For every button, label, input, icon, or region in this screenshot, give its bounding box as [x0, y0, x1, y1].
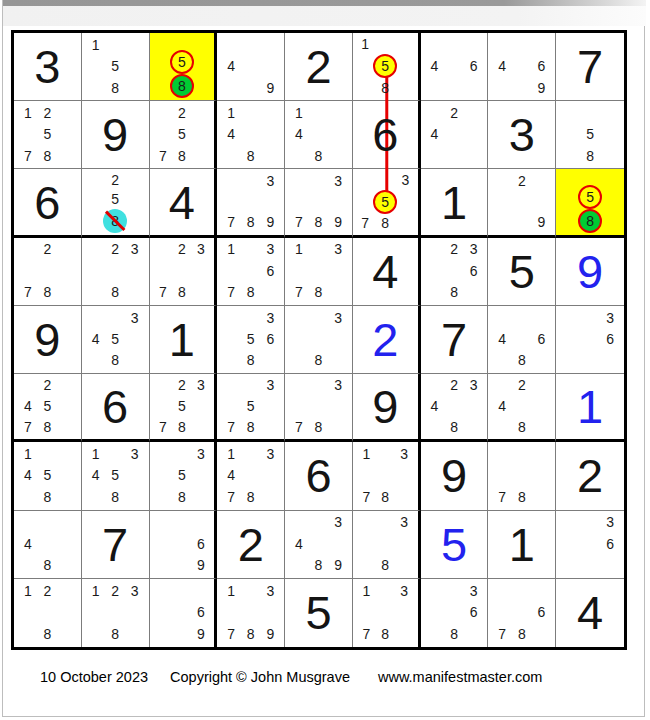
candidate-1: 1 [18, 580, 38, 602]
cell-r7c5[interactable]: 6 [285, 442, 353, 510]
candidate-grid: 258 [86, 170, 145, 232]
candidate-8: 8 [241, 145, 261, 166]
candidate-grid: 13789 [221, 580, 280, 645]
solved-digit: 6 [82, 374, 149, 439]
empty-candidate-slot [221, 77, 241, 98]
empty-candidate-slot [127, 209, 144, 233]
empty-candidate-slot [241, 239, 261, 260]
cell-r1c2[interactable]: 158 [82, 33, 150, 101]
cell-r9c1[interactable]: 128 [14, 579, 82, 647]
candidate-4: 4 [86, 328, 106, 349]
candidate-grid: 678 [492, 580, 551, 645]
cell-r1c1[interactable]: 3 [14, 33, 82, 101]
candidate-7: 7 [357, 214, 373, 233]
empty-candidate-slot [241, 307, 261, 328]
cell-r8c5[interactable]: 3489 [285, 511, 353, 579]
empty-candidate-slot [38, 602, 58, 624]
cell-r2c4[interactable]: 148 [217, 101, 285, 169]
cell-r3c3[interactable]: 4 [150, 169, 218, 237]
empty-candidate-slot [86, 486, 106, 507]
cell-r4c9[interactable]: 9 [556, 238, 624, 306]
empty-candidate-slot [492, 602, 512, 624]
cell-r2c8[interactable]: 3 [488, 101, 556, 169]
cell-r8c4[interactable]: 2 [217, 511, 285, 579]
cell-r2c7[interactable]: 24 [421, 101, 489, 169]
candidate-9: 9 [191, 554, 210, 575]
empty-candidate-slot [600, 554, 620, 575]
candidate-5: 5 [170, 50, 194, 74]
empty-candidate-slot [86, 623, 106, 645]
empty-candidate-slot [38, 512, 58, 533]
candidate-8: 8 [105, 623, 125, 645]
candidate-grid: 1378 [289, 239, 348, 303]
candidate-3: 3 [328, 170, 348, 191]
cell-r1c4[interactable]: 49 [217, 33, 285, 101]
cell-r1c9[interactable]: 7 [556, 33, 624, 101]
header-light-strip [3, 6, 646, 26]
empty-candidate-slot [86, 55, 106, 76]
cell-r9c2[interactable]: 1238 [82, 579, 150, 647]
empty-candidate-slot [560, 512, 580, 533]
candidate-grid: 378 [289, 375, 348, 437]
cell-r3c2[interactable]: 258 [82, 169, 150, 237]
sudoku-grid: 3158584921584646971257892578148148624358… [14, 33, 624, 647]
candidate-4: 4 [221, 465, 241, 486]
candidate-grid: 368 [425, 580, 484, 645]
cell-r1c6[interactable]: 158 [353, 33, 421, 101]
candidate-grid: 3489 [289, 512, 348, 576]
candidate-7: 7 [154, 281, 173, 302]
empty-candidate-slot [309, 375, 329, 396]
empty-candidate-slot [512, 77, 532, 98]
candidate-3: 3 [464, 580, 484, 602]
empty-candidate-slot [464, 77, 484, 98]
empty-candidate-slot [397, 34, 413, 54]
empty-candidate-slot [154, 396, 173, 417]
cell-r5c9[interactable]: 36 [556, 306, 624, 374]
empty-candidate-slot [57, 602, 77, 624]
empty-candidate-slot [560, 102, 580, 123]
empty-candidate-slot [425, 281, 445, 302]
empty-candidate-slot [328, 124, 348, 145]
empty-candidate-slot [309, 328, 329, 349]
empty-candidate-slot [172, 580, 191, 602]
candidate-grid: 2368 [425, 239, 484, 303]
empty-candidate-slot [221, 328, 241, 349]
candidate-7: 7 [221, 486, 241, 507]
cell-r9c5[interactable]: 5 [285, 579, 353, 647]
empty-candidate-slot [154, 74, 170, 98]
candidate-4: 4 [492, 55, 512, 76]
cell-r6c9[interactable]: 1 [556, 374, 624, 442]
empty-candidate-slot [309, 191, 329, 212]
cell-r9c9[interactable]: 4 [556, 579, 624, 647]
empty-candidate-slot [328, 350, 348, 371]
candidate-3: 3 [600, 512, 620, 533]
cell-r3c1[interactable]: 6 [14, 169, 82, 237]
empty-candidate-slot [357, 170, 373, 189]
candidate-4: 4 [425, 55, 445, 76]
candidate-grid: 1458 [18, 443, 77, 507]
candidate-4: 4 [18, 533, 38, 554]
empty-candidate-slot [464, 281, 484, 302]
cell-r4c5[interactable]: 1378 [285, 238, 353, 306]
empty-candidate-slot [105, 260, 125, 281]
candidate-8: 8 [241, 212, 261, 233]
cell-r7c6[interactable]: 1378 [353, 442, 421, 510]
empty-candidate-slot [357, 190, 373, 214]
empty-candidate-slot [86, 77, 106, 98]
empty-candidate-slot [425, 77, 445, 98]
empty-candidate-slot [444, 602, 464, 624]
cell-r6c3[interactable]: 23578 [150, 374, 218, 442]
candidate-5: 5 [103, 190, 127, 209]
candidate-grid: 46 [425, 34, 484, 98]
empty-candidate-slot [125, 34, 145, 55]
empty-candidate-slot [376, 580, 395, 602]
cell-r2c1[interactable]: 12578 [14, 101, 82, 169]
cell-r1c5[interactable]: 2 [285, 33, 353, 101]
candidate-4: 4 [18, 396, 38, 417]
empty-candidate-slot [241, 191, 261, 212]
candidate-1: 1 [86, 443, 106, 464]
empty-candidate-slot [125, 350, 145, 371]
empty-candidate-slot [395, 465, 414, 486]
empty-candidate-slot [57, 102, 77, 123]
empty-candidate-slot [492, 443, 512, 464]
empty-candidate-slot [328, 102, 348, 123]
empty-candidate-slot [57, 239, 77, 260]
cell-r2c9[interactable]: 58 [556, 101, 624, 169]
candidate-1: 1 [221, 580, 241, 602]
empty-candidate-slot [376, 465, 395, 486]
cell-r7c8[interactable]: 78 [488, 442, 556, 510]
cell-r1c8[interactable]: 469 [488, 33, 556, 101]
solved-digit: 5 [285, 579, 352, 647]
cell-r8c1[interactable]: 48 [14, 511, 82, 579]
empty-candidate-slot [560, 350, 580, 371]
cell-r5c7[interactable]: 7 [421, 306, 489, 374]
empty-candidate-slot [600, 350, 620, 371]
cell-r5c6[interactable]: 2 [353, 306, 421, 374]
cell-r5c8[interactable]: 468 [488, 306, 556, 374]
candidate-8: 8 [376, 486, 395, 507]
empty-candidate-slot [289, 191, 309, 212]
candidate-2: 2 [38, 375, 58, 396]
cell-r6c5[interactable]: 378 [285, 374, 353, 442]
empty-candidate-slot [444, 124, 464, 145]
candidate-5: 5 [38, 124, 58, 145]
empty-candidate-slot [309, 102, 329, 123]
cell-r6c2[interactable]: 6 [82, 374, 150, 442]
cell-r6c8[interactable]: 248 [488, 374, 556, 442]
cell-r4c8[interactable]: 5 [488, 238, 556, 306]
cell-r9c7[interactable]: 368 [421, 579, 489, 647]
candidate-8: 8 [373, 78, 397, 98]
cell-r8c6[interactable]: 38 [353, 511, 421, 579]
solved-digit: 9 [14, 306, 81, 373]
empty-candidate-slot [444, 396, 464, 417]
empty-candidate-slot [532, 170, 552, 191]
empty-candidate-slot [289, 375, 309, 396]
candidate-3: 3 [125, 443, 145, 464]
empty-candidate-slot [261, 124, 281, 145]
candidate-8: 8 [241, 623, 261, 645]
empty-candidate-slot [492, 307, 512, 328]
empty-candidate-slot [289, 260, 309, 281]
empty-candidate-slot [172, 623, 191, 645]
empty-candidate-slot [191, 124, 210, 145]
cell-r4c2[interactable]: 238 [82, 238, 150, 306]
candidate-1: 1 [221, 102, 241, 123]
empty-candidate-slot [221, 396, 241, 417]
candidate-8: 8 [241, 350, 261, 371]
empty-candidate-slot [328, 533, 348, 554]
candidate-1: 1 [357, 580, 376, 602]
empty-candidate-slot [395, 623, 414, 645]
empty-candidate-slot [492, 465, 512, 486]
cell-r7c2[interactable]: 13458 [82, 442, 150, 510]
cell-r5c4[interactable]: 3568 [217, 306, 285, 374]
empty-candidate-slot [328, 281, 348, 302]
cell-r1c3[interactable]: 58 [150, 33, 218, 101]
candidate-2: 2 [38, 239, 58, 260]
cell-r3c9[interactable]: 58 [556, 169, 624, 237]
cell-r4c1[interactable]: 278 [14, 238, 82, 306]
cell-r7c3[interactable]: 358 [150, 442, 218, 510]
empty-candidate-slot [57, 465, 77, 486]
empty-candidate-slot [172, 533, 191, 554]
cell-r3c7[interactable]: 1 [421, 169, 489, 237]
empty-candidate-slot [127, 170, 144, 189]
candidate-5: 5 [38, 396, 58, 417]
solved-digit: 6 [285, 442, 352, 509]
candidate-9: 9 [261, 212, 281, 233]
empty-candidate-slot [425, 602, 445, 624]
header-bar [3, 0, 646, 26]
empty-candidate-slot [397, 54, 413, 78]
cell-r6c4[interactable]: 3578 [217, 374, 285, 442]
empty-candidate-slot [532, 443, 552, 464]
empty-candidate-slot [125, 602, 145, 624]
cell-r1c7[interactable]: 46 [421, 33, 489, 101]
empty-candidate-slot [560, 209, 578, 233]
empty-candidate-slot [241, 170, 261, 191]
sudoku-board: 3158584921584646971257892578148148624358… [11, 30, 627, 650]
solved-digit: 5 [488, 238, 555, 305]
cell-r3c8[interactable]: 29 [488, 169, 556, 237]
candidate-8: 8 [444, 623, 464, 645]
cell-r8c8[interactable]: 1 [488, 511, 556, 579]
candidate-grid: 58 [560, 170, 620, 232]
empty-candidate-slot [18, 124, 38, 145]
candidate-8: 8 [512, 350, 532, 371]
empty-candidate-slot [600, 102, 620, 123]
empty-candidate-slot [221, 350, 241, 371]
cell-r4c3[interactable]: 2378 [150, 238, 218, 306]
candidate-grid: 29 [492, 170, 551, 232]
candidate-1: 1 [18, 102, 38, 123]
empty-candidate-slot [289, 170, 309, 191]
candidate-1: 1 [357, 443, 376, 464]
empty-candidate-slot [57, 554, 77, 575]
candidate-4: 4 [289, 124, 309, 145]
candidate-grid: 3789 [289, 170, 348, 232]
empty-candidate-slot [191, 417, 210, 438]
empty-candidate-slot [444, 55, 464, 76]
empty-candidate-slot [395, 554, 414, 575]
candidate-3: 3 [191, 239, 210, 260]
empty-candidate-slot [18, 554, 38, 575]
cell-r2c2[interactable]: 9 [82, 101, 150, 169]
empty-candidate-slot [512, 307, 532, 328]
empty-candidate-slot [492, 375, 512, 396]
candidate-3: 3 [261, 239, 281, 260]
candidate-9: 9 [261, 77, 281, 98]
cell-r5c3[interactable]: 1 [150, 306, 218, 374]
empty-candidate-slot [261, 281, 281, 302]
cell-r8c2[interactable]: 7 [82, 511, 150, 579]
candidate-2: 2 [512, 375, 532, 396]
candidate-grid: 358 [154, 443, 211, 507]
candidate-3: 3 [261, 170, 281, 191]
empty-candidate-slot [18, 375, 38, 396]
candidate-grid: 148 [289, 102, 348, 166]
cell-r4c7[interactable]: 2368 [421, 238, 489, 306]
empty-candidate-slot [154, 512, 173, 533]
empty-candidate-slot [464, 396, 484, 417]
cell-r9c6[interactable]: 1378 [353, 579, 421, 647]
cell-r2c5[interactable]: 148 [285, 101, 353, 169]
cell-r7c4[interactable]: 13478 [217, 442, 285, 510]
empty-candidate-slot [492, 170, 512, 191]
candidate-2: 2 [512, 170, 532, 191]
cell-r5c2[interactable]: 3458 [82, 306, 150, 374]
cell-r6c7[interactable]: 2348 [421, 374, 489, 442]
candidate-grid: 49 [221, 34, 280, 98]
empty-candidate-slot [376, 443, 395, 464]
candidate-6: 6 [464, 260, 484, 281]
empty-candidate-slot [357, 465, 376, 486]
cell-r8c3[interactable]: 69 [150, 511, 218, 579]
empty-candidate-slot [444, 77, 464, 98]
empty-candidate-slot [289, 307, 309, 328]
empty-candidate-slot [127, 190, 144, 209]
candidate-grid: 1378 [357, 443, 414, 507]
solved-digit: 7 [82, 511, 149, 578]
empty-candidate-slot [261, 191, 281, 212]
empty-candidate-slot [357, 533, 376, 554]
candidate-1: 1 [357, 34, 373, 54]
candidate-6: 6 [261, 260, 281, 281]
cell-r6c6[interactable]: 9 [353, 374, 421, 442]
empty-candidate-slot [464, 417, 484, 438]
candidate-grid: 2578 [154, 102, 211, 166]
cell-r7c9[interactable]: 2 [556, 442, 624, 510]
empty-candidate-slot [357, 554, 376, 575]
cell-r6c1[interactable]: 24578 [14, 374, 82, 442]
candidate-1: 1 [221, 239, 241, 260]
candidate-1: 1 [289, 239, 309, 260]
empty-candidate-slot [57, 124, 77, 145]
empty-candidate-slot [86, 602, 106, 624]
candidate-9: 9 [532, 212, 552, 233]
cell-r8c9[interactable]: 36 [556, 511, 624, 579]
footer-url: www.manifestmaster.com [378, 669, 542, 685]
solved-digit: 7 [556, 33, 624, 100]
cell-r3c6[interactable]: 3578 [353, 169, 421, 237]
empty-candidate-slot [18, 623, 38, 645]
empty-candidate-slot [397, 190, 413, 214]
solved-digit: 7 [421, 306, 488, 373]
empty-candidate-slot [600, 145, 620, 166]
cell-r7c7[interactable]: 9 [421, 442, 489, 510]
cell-r2c3[interactable]: 2578 [150, 101, 218, 169]
empty-candidate-slot [309, 170, 329, 191]
empty-candidate-slot [425, 34, 445, 55]
empty-candidate-slot [57, 512, 77, 533]
solved-digit: 2 [217, 511, 284, 578]
empty-candidate-slot [86, 307, 106, 328]
cell-r8c7[interactable]: 5 [421, 511, 489, 579]
candidate-8: 8 [309, 417, 329, 438]
cell-r4c4[interactable]: 13678 [217, 238, 285, 306]
empty-candidate-slot [395, 602, 414, 624]
empty-candidate-slot [154, 34, 170, 50]
cell-r3c5[interactable]: 3789 [285, 169, 353, 237]
cell-r5c1[interactable]: 9 [14, 306, 82, 374]
empty-candidate-slot [328, 191, 348, 212]
footer-date: 10 October 2023 [40, 669, 148, 685]
empty-candidate-slot [221, 307, 241, 328]
empty-candidate-slot [512, 396, 532, 417]
solved-digit: 1 [150, 306, 215, 373]
candidate-8: 8 [38, 417, 58, 438]
candidate-3: 3 [328, 239, 348, 260]
empty-candidate-slot [560, 307, 580, 328]
empty-candidate-slot [261, 417, 281, 438]
empty-candidate-slot [395, 533, 414, 554]
empty-candidate-slot [425, 145, 445, 166]
empty-candidate-slot [309, 260, 329, 281]
solved-digit: 9 [421, 442, 488, 509]
candidate-grid: 23578 [154, 375, 211, 437]
empty-candidate-slot [492, 34, 512, 55]
cell-r9c4[interactable]: 13789 [217, 579, 285, 647]
cell-r2c6[interactable]: 6 [353, 101, 421, 169]
candidate-7: 7 [221, 212, 241, 233]
cell-r9c8[interactable]: 678 [488, 579, 556, 647]
empty-candidate-slot [154, 465, 173, 486]
candidate-grid: 1378 [357, 580, 414, 645]
empty-candidate-slot [560, 533, 580, 554]
cell-r4c6[interactable]: 4 [353, 238, 421, 306]
empty-candidate-slot [602, 185, 620, 209]
cell-r9c3[interactable]: 69 [150, 579, 218, 647]
candidate-7: 7 [289, 212, 309, 233]
cell-r5c5[interactable]: 38 [285, 306, 353, 374]
candidate-4: 4 [492, 396, 512, 417]
empty-candidate-slot [86, 350, 106, 371]
candidate-grid: 2378 [154, 239, 211, 303]
empty-candidate-slot [492, 580, 512, 602]
cell-r3c4[interactable]: 3789 [217, 169, 285, 237]
candidate-8: 8 [373, 214, 397, 233]
solved-digit: 2 [556, 442, 624, 509]
candidate-grid: 128 [18, 580, 77, 645]
solved-digit: 4 [150, 169, 215, 234]
cell-r7c1[interactable]: 1458 [14, 442, 82, 510]
